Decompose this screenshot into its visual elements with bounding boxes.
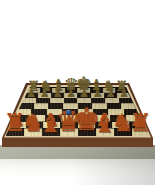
square-f2 xyxy=(95,122,112,129)
square-g8 xyxy=(103,88,116,93)
square-c4 xyxy=(47,109,62,115)
square-e6 xyxy=(77,98,91,103)
rank-2 xyxy=(9,122,146,129)
square-g5 xyxy=(107,103,122,109)
square-c6 xyxy=(50,98,64,103)
square-c1 xyxy=(42,128,60,136)
square-f6 xyxy=(91,98,105,103)
square-a8 xyxy=(27,88,40,93)
square-e5 xyxy=(78,103,93,109)
square-h6 xyxy=(119,98,133,103)
square-g2 xyxy=(112,122,129,129)
rank-7 xyxy=(25,93,131,98)
square-f8 xyxy=(90,88,103,93)
table-surface xyxy=(0,145,155,185)
square-b1 xyxy=(24,128,42,136)
rank-4 xyxy=(16,109,139,115)
square-f7 xyxy=(91,93,104,98)
square-c7 xyxy=(51,93,64,98)
square-e4 xyxy=(78,109,93,115)
square-a7 xyxy=(25,93,38,98)
square-a5 xyxy=(19,103,34,109)
square-d7 xyxy=(64,93,77,98)
square-e8 xyxy=(77,88,90,93)
square-d3 xyxy=(61,115,77,122)
square-h3 xyxy=(126,115,142,122)
square-b3 xyxy=(29,115,45,122)
square-d8 xyxy=(65,88,78,93)
square-g4 xyxy=(108,109,123,115)
square-g3 xyxy=(110,115,126,122)
rank-5 xyxy=(19,103,136,109)
square-e3 xyxy=(78,115,94,122)
square-b5 xyxy=(34,103,49,109)
square-e2 xyxy=(78,122,95,129)
square-e1 xyxy=(78,128,96,136)
square-b4 xyxy=(31,109,46,115)
square-a3 xyxy=(13,115,29,122)
square-a4 xyxy=(16,109,31,115)
square-h2 xyxy=(129,122,146,129)
square-f4 xyxy=(93,109,108,115)
square-f3 xyxy=(94,115,110,122)
square-c2 xyxy=(43,122,60,129)
square-h5 xyxy=(121,103,136,109)
rank-8 xyxy=(27,88,128,93)
square-a1 xyxy=(6,128,24,136)
square-b8 xyxy=(40,88,53,93)
square-d2 xyxy=(60,122,77,129)
square-f1 xyxy=(96,128,114,136)
square-h8 xyxy=(115,88,128,93)
square-c5 xyxy=(48,103,63,109)
square-g7 xyxy=(104,93,117,98)
rank-3 xyxy=(13,115,143,122)
square-a6 xyxy=(22,98,36,103)
square-f5 xyxy=(92,103,107,109)
square-d1 xyxy=(60,128,78,136)
square-e7 xyxy=(77,93,90,98)
chess-set-product-photo: ♜♞♝♛♚♝♞♜♟♟♟♟♟♟♟♟♟♟♟♟♟♟♟♟♜♞♝♛♚♝♞♜ xyxy=(0,0,155,185)
square-g6 xyxy=(105,98,119,103)
chess-board xyxy=(6,88,150,136)
square-d6 xyxy=(64,98,78,103)
square-b6 xyxy=(36,98,50,103)
square-g1 xyxy=(114,128,132,136)
square-a2 xyxy=(9,122,26,129)
rank-1 xyxy=(6,128,150,136)
square-c8 xyxy=(52,88,65,93)
square-h4 xyxy=(124,109,139,115)
square-h1 xyxy=(132,128,150,136)
square-b7 xyxy=(38,93,51,98)
square-h7 xyxy=(117,93,130,98)
square-b2 xyxy=(26,122,43,129)
white-queen-blue-finial xyxy=(66,110,71,115)
rank-6 xyxy=(22,98,133,103)
square-d5 xyxy=(63,103,78,109)
square-c3 xyxy=(45,115,61,122)
